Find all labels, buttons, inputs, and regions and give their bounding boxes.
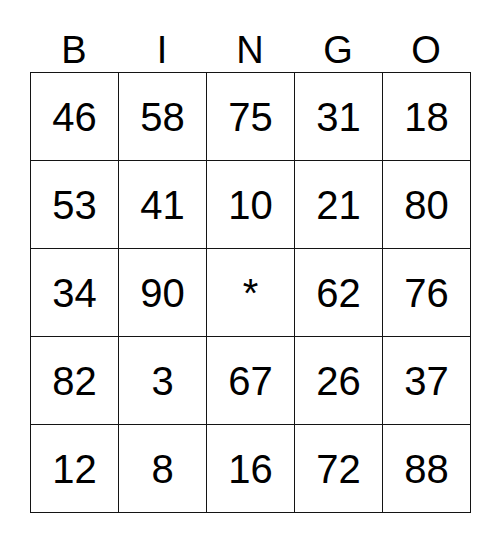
cell-r3c5[interactable]: 76 (383, 249, 471, 337)
cell-r1c3[interactable]: 75 (207, 73, 295, 161)
header-letter-b: B (30, 31, 118, 72)
cell-r4c1[interactable]: 82 (31, 337, 119, 425)
cell-r2c5[interactable]: 80 (383, 161, 471, 249)
cell-r2c3[interactable]: 10 (207, 161, 295, 249)
header-letter-o: O (382, 31, 470, 72)
bingo-header: B I N G O (30, 0, 471, 72)
cell-r1c1[interactable]: 46 (31, 73, 119, 161)
header-letter-n: N (206, 31, 294, 72)
cell-r2c4[interactable]: 21 (295, 161, 383, 249)
cell-r5c5[interactable]: 88 (383, 425, 471, 513)
cell-r4c2[interactable]: 3 (119, 337, 207, 425)
cell-r1c2[interactable]: 58 (119, 73, 207, 161)
cell-r5c3[interactable]: 16 (207, 425, 295, 513)
cell-r5c2[interactable]: 8 (119, 425, 207, 513)
header-letter-i: I (118, 31, 206, 72)
cell-r3c2[interactable]: 90 (119, 249, 207, 337)
cell-r3c4[interactable]: 62 (295, 249, 383, 337)
cell-r4c5[interactable]: 37 (383, 337, 471, 425)
cell-free-space[interactable]: * (207, 249, 295, 337)
header-letter-g: G (294, 31, 382, 72)
bingo-grid: 46 58 75 31 18 53 41 10 21 80 34 90 * 62… (30, 72, 471, 513)
bingo-card: B I N G O 46 58 75 31 18 53 41 10 21 80 … (30, 0, 471, 513)
cell-r5c4[interactable]: 72 (295, 425, 383, 513)
cell-r4c4[interactable]: 26 (295, 337, 383, 425)
cell-r3c1[interactable]: 34 (31, 249, 119, 337)
cell-r2c1[interactable]: 53 (31, 161, 119, 249)
cell-r1c4[interactable]: 31 (295, 73, 383, 161)
cell-r2c2[interactable]: 41 (119, 161, 207, 249)
cell-r1c5[interactable]: 18 (383, 73, 471, 161)
cell-r4c3[interactable]: 67 (207, 337, 295, 425)
bingo-card-page: B I N G O 46 58 75 31 18 53 41 10 21 80 … (0, 0, 500, 544)
cell-r5c1[interactable]: 12 (31, 425, 119, 513)
